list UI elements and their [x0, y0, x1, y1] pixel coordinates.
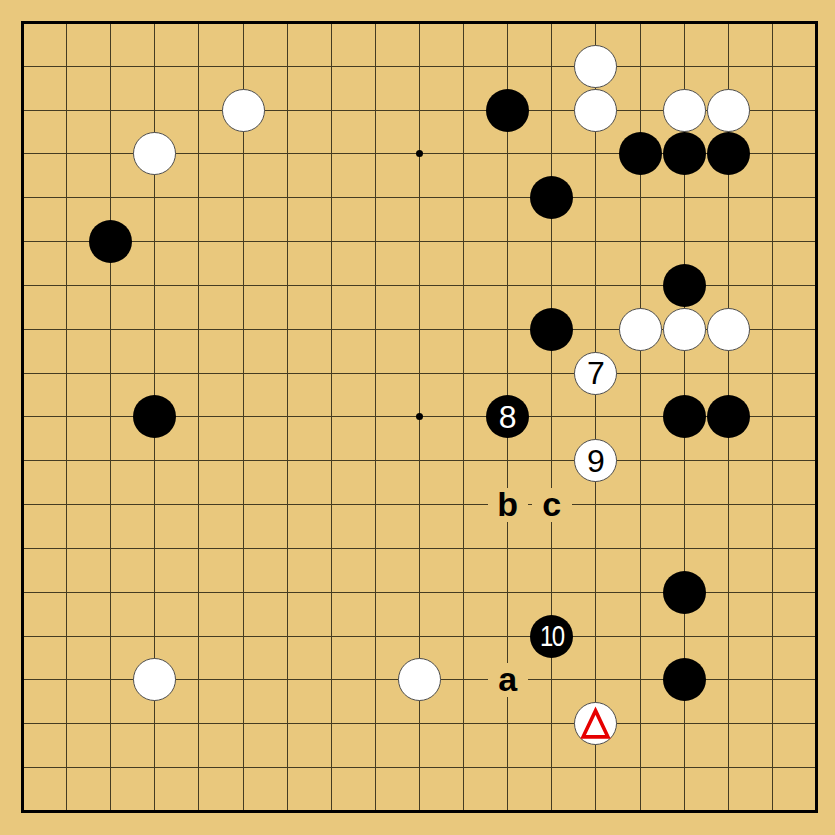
triangle-mark-icon	[575, 702, 616, 745]
move-number-9: 9	[587, 445, 605, 477]
black-stone: 10	[530, 615, 573, 658]
black-stone	[663, 264, 706, 307]
black-stone	[663, 658, 706, 701]
go-diagram-page: bca78910	[0, 0, 835, 835]
point-letter-a: a	[488, 663, 528, 697]
black-stone	[663, 395, 706, 438]
white-stone	[619, 308, 662, 351]
move-number-10: 10	[540, 621, 564, 651]
white-stone	[707, 89, 750, 132]
black-stone	[530, 308, 573, 351]
white-stone	[222, 89, 265, 132]
move-number-8: 8	[499, 401, 517, 433]
black-stone	[486, 89, 529, 132]
go-board: bca78910	[0, 0, 835, 835]
white-stone	[574, 45, 617, 88]
white-stone	[663, 308, 706, 351]
white-stone	[574, 89, 617, 132]
black-stone	[663, 571, 706, 614]
black-stone	[619, 132, 662, 175]
white-stone	[707, 308, 750, 351]
white-stone: 7	[574, 352, 617, 395]
white-stone	[574, 702, 617, 745]
point-letter-c: c	[532, 488, 572, 522]
black-stone	[707, 395, 750, 438]
black-stone	[707, 132, 750, 175]
move-number-7: 7	[587, 357, 605, 389]
white-stone	[663, 89, 706, 132]
point-letter-b: b	[488, 488, 528, 522]
black-stone	[663, 132, 706, 175]
